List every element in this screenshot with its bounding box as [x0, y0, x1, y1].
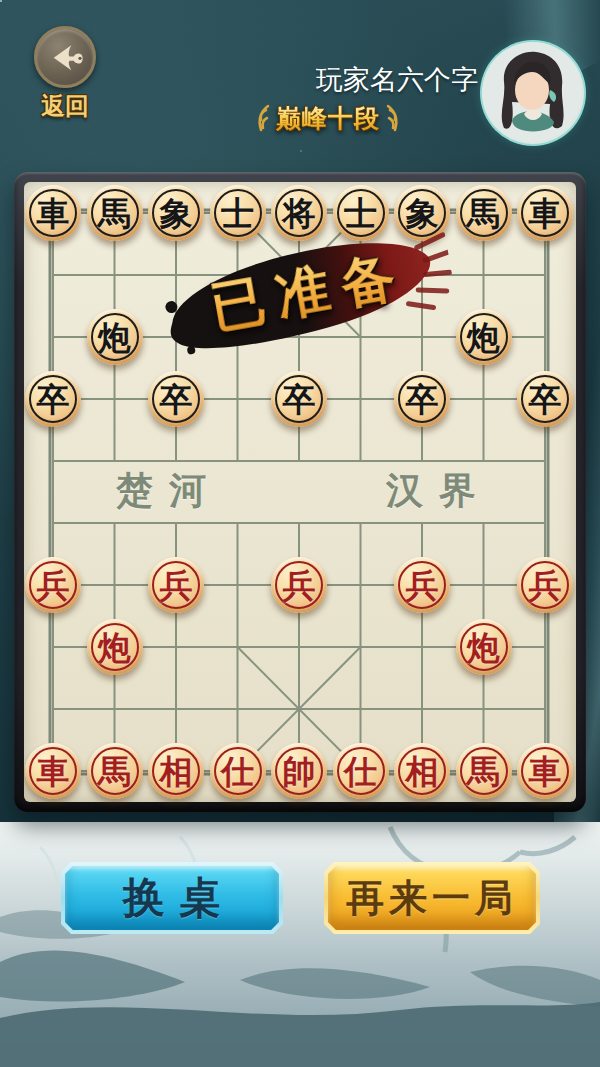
background-bottom [0, 822, 600, 1067]
player-name: 玩家名六个字 [178, 62, 478, 98]
piece-red-soldier[interactable]: 兵 [517, 557, 573, 613]
piece-red-advisor[interactable]: 仕 [333, 743, 389, 799]
xiangqi-board[interactable]: 楚河 汉界 車馬象士将士象馬車炮炮卒卒卒卒卒兵兵兵兵兵炮炮車馬相仕帥仕相馬車 [14, 172, 586, 812]
piece-black-general[interactable]: 将 [271, 185, 327, 241]
piece-black-cannon[interactable]: 炮 [456, 309, 512, 365]
back-arrow-icon [45, 37, 85, 77]
app-root: 返回 玩家名六个字 巅峰十段 楚河 汉界 車馬象士将士象馬車炮炮卒卒卒卒卒兵兵兵… [0, 0, 600, 1067]
piece-black-soldier[interactable]: 卒 [517, 371, 573, 427]
avatar[interactable] [480, 40, 586, 146]
river-label-right: 汉界 [386, 466, 492, 516]
laurel-left-icon [252, 104, 272, 134]
piece-black-elephant[interactable]: 象 [394, 185, 450, 241]
piece-red-chariot[interactable]: 車 [517, 743, 573, 799]
back-button-label: 返回 [30, 90, 100, 122]
piece-black-horse[interactable]: 馬 [87, 185, 143, 241]
piece-black-cannon[interactable]: 炮 [87, 309, 143, 365]
piece-red-advisor[interactable]: 仕 [210, 743, 266, 799]
piece-red-cannon[interactable]: 炮 [456, 619, 512, 675]
piece-black-soldier[interactable]: 卒 [25, 371, 81, 427]
back-button-circle [34, 26, 96, 88]
piece-red-general[interactable]: 帥 [271, 743, 327, 799]
piece-black-soldier[interactable]: 卒 [394, 371, 450, 427]
sparkle-dots [0, 0, 2, 2]
piece-black-advisor[interactable]: 士 [210, 185, 266, 241]
piece-black-chariot[interactable]: 車 [517, 185, 573, 241]
piece-red-chariot[interactable]: 車 [25, 743, 81, 799]
piece-red-soldier[interactable]: 兵 [271, 557, 327, 613]
piece-red-horse[interactable]: 馬 [87, 743, 143, 799]
piece-black-advisor[interactable]: 士 [333, 185, 389, 241]
avatar-image [482, 42, 582, 142]
piece-red-cannon[interactable]: 炮 [87, 619, 143, 675]
laurel-right-icon [384, 104, 404, 134]
mist-landscape-art [0, 822, 600, 1067]
river-label-left: 楚河 [116, 466, 222, 516]
piece-black-soldier[interactable]: 卒 [271, 371, 327, 427]
piece-red-horse[interactable]: 馬 [456, 743, 512, 799]
piece-red-elephant[interactable]: 相 [148, 743, 204, 799]
piece-red-elephant[interactable]: 相 [394, 743, 450, 799]
play-again-button[interactable]: 再来一局 [324, 862, 540, 934]
back-button[interactable]: 返回 [30, 26, 100, 122]
play-again-label: 再来一局 [346, 873, 518, 924]
piece-red-soldier[interactable]: 兵 [25, 557, 81, 613]
piece-black-chariot[interactable]: 車 [25, 185, 81, 241]
board-surface: 楚河 汉界 車馬象士将士象馬車炮炮卒卒卒卒卒兵兵兵兵兵炮炮車馬相仕帥仕相馬車 [24, 182, 576, 802]
change-table-button[interactable]: 换桌 [61, 862, 283, 934]
board-grid [24, 182, 576, 802]
piece-black-elephant[interactable]: 象 [148, 185, 204, 241]
piece-red-soldier[interactable]: 兵 [148, 557, 204, 613]
rank-badge: 巅峰十段 [178, 102, 478, 135]
change-table-label: 换桌 [109, 870, 235, 926]
piece-red-soldier[interactable]: 兵 [394, 557, 450, 613]
piece-black-horse[interactable]: 馬 [456, 185, 512, 241]
rank-badge-label: 巅峰十段 [276, 102, 380, 135]
piece-black-soldier[interactable]: 卒 [148, 371, 204, 427]
